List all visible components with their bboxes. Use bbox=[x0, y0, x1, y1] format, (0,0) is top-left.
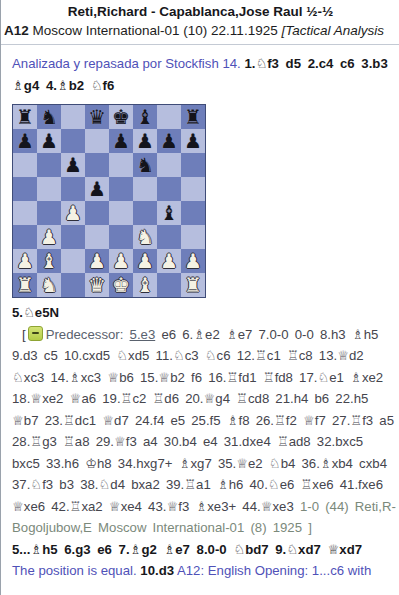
square-b3[interactable]: ♟ bbox=[37, 225, 61, 249]
notation-body: Analizada y repasada por Stockfish 14. 1… bbox=[1, 45, 399, 582]
square-g6[interactable] bbox=[157, 153, 181, 177]
chess-board[interactable]: ♜♞♛♚♝♜♟♟♟♟♟♟♟♞♟♟♝♟♞♟♝♟♟♟♟♟♜♞♛♚♝♜ bbox=[12, 104, 206, 298]
square-e1[interactable]: ♚ bbox=[109, 273, 133, 297]
square-h3[interactable] bbox=[181, 225, 205, 249]
square-e4[interactable] bbox=[109, 201, 133, 225]
intro-comment[interactable]: Analizada y repasada por Stockfish 14. bbox=[12, 56, 241, 71]
opening-name[interactable]: A12: English Opening: 1...c6 with bbox=[177, 563, 371, 578]
white-knight[interactable]: ♞ bbox=[136, 225, 154, 249]
mainline-continuation[interactable]: 5...♗h5 6.g3 e6 7.♗g2 ♗e7 8.0-0 ♘bd7 9.♘… bbox=[12, 539, 397, 561]
square-h4[interactable] bbox=[181, 201, 205, 225]
square-e5[interactable] bbox=[109, 177, 133, 201]
square-b1[interactable]: ♞ bbox=[37, 273, 61, 297]
minus-glyph bbox=[32, 332, 39, 334]
square-d7[interactable] bbox=[85, 129, 109, 153]
black-pawn[interactable]: ♟ bbox=[112, 129, 130, 153]
square-b5[interactable] bbox=[37, 177, 61, 201]
black-pawn[interactable]: ♟ bbox=[88, 177, 106, 201]
square-c7[interactable] bbox=[61, 129, 85, 153]
black-pawn[interactable]: ♟ bbox=[64, 153, 82, 177]
black-rook[interactable]: ♜ bbox=[184, 105, 202, 129]
white-rook[interactable]: ♜ bbox=[184, 273, 202, 297]
white-bishop[interactable]: ♝ bbox=[40, 249, 58, 273]
next-move[interactable]: 10.d3 bbox=[140, 563, 174, 578]
game-header: Reti,Richard - Capablanca,Jose Raul ½-½ … bbox=[1, 0, 399, 45]
white-king[interactable]: ♚ bbox=[112, 273, 130, 297]
black-pawn[interactable]: ♟ bbox=[40, 129, 58, 153]
square-c2[interactable] bbox=[61, 249, 85, 273]
square-c8[interactable] bbox=[61, 105, 85, 129]
square-b8[interactable]: ♞ bbox=[37, 105, 61, 129]
square-h2[interactable]: ♟ bbox=[181, 249, 205, 273]
square-c4[interactable]: ♟ bbox=[61, 201, 85, 225]
square-g8[interactable] bbox=[157, 105, 181, 129]
square-f5[interactable] bbox=[133, 177, 157, 201]
square-b7[interactable]: ♟ bbox=[37, 129, 61, 153]
white-knight[interactable]: ♞ bbox=[40, 273, 58, 297]
square-d4[interactable] bbox=[85, 201, 109, 225]
black-pawn[interactable]: ♟ bbox=[136, 129, 154, 153]
white-pawn[interactable]: ♟ bbox=[184, 249, 202, 273]
annotation-tag: [Tactical Analysis bbox=[281, 23, 384, 38]
predecessor-label: Predecessor: bbox=[46, 327, 124, 342]
black-rook[interactable]: ♜ bbox=[16, 105, 34, 129]
square-h7[interactable]: ♟ bbox=[181, 129, 205, 153]
square-d1[interactable]: ♛ bbox=[85, 273, 109, 297]
square-a1[interactable]: ♜ bbox=[13, 273, 37, 297]
square-e2[interactable]: ♟ bbox=[109, 249, 133, 273]
white-queen[interactable]: ♛ bbox=[88, 273, 106, 297]
square-d2[interactable]: ♟ bbox=[85, 249, 109, 273]
square-d8[interactable]: ♛ bbox=[85, 105, 109, 129]
square-f8[interactable]: ♝ bbox=[133, 105, 157, 129]
white-pawn[interactable]: ♟ bbox=[136, 249, 154, 273]
square-a4[interactable] bbox=[13, 201, 37, 225]
square-h5[interactable] bbox=[181, 177, 205, 201]
square-b6[interactable] bbox=[37, 153, 61, 177]
square-f6[interactable]: ♞ bbox=[133, 153, 157, 177]
variation-moves[interactable]: e6 6.♗e2 ♗e7 7.0-0 0-0 8.h3 ♗h5 9.d3 c5 … bbox=[12, 327, 394, 514]
square-f3[interactable]: ♞ bbox=[133, 225, 157, 249]
square-a3[interactable] bbox=[13, 225, 37, 249]
square-e6[interactable] bbox=[109, 153, 133, 177]
square-f4[interactable] bbox=[133, 201, 157, 225]
black-knight[interactable]: ♞ bbox=[136, 153, 154, 177]
square-c5[interactable] bbox=[61, 177, 85, 201]
black-bishop[interactable]: ♝ bbox=[160, 201, 178, 225]
white-bishop[interactable]: ♝ bbox=[136, 273, 154, 297]
square-a5[interactable] bbox=[13, 177, 37, 201]
square-g4[interactable]: ♝ bbox=[157, 201, 181, 225]
square-b2[interactable]: ♝ bbox=[37, 249, 61, 273]
collapse-variation-icon[interactable] bbox=[28, 326, 43, 341]
black-pawn[interactable]: ♟ bbox=[160, 129, 178, 153]
game-title: Reti,Richard - Capablanca,Jose Raul ½-½ bbox=[4, 3, 397, 21]
square-g3[interactable] bbox=[157, 225, 181, 249]
black-queen[interactable]: ♛ bbox=[88, 105, 106, 129]
white-rook[interactable]: ♜ bbox=[16, 273, 34, 297]
square-b4[interactable] bbox=[37, 201, 61, 225]
square-a8[interactable]: ♜ bbox=[13, 105, 37, 129]
black-king[interactable]: ♚ bbox=[112, 105, 130, 129]
square-a7[interactable]: ♟ bbox=[13, 129, 37, 153]
white-pawn[interactable]: ♟ bbox=[88, 249, 106, 273]
square-g2[interactable]: ♟ bbox=[157, 249, 181, 273]
black-pawn[interactable]: ♟ bbox=[184, 129, 202, 153]
white-pawn[interactable]: ♟ bbox=[160, 249, 178, 273]
predecessor-first-move[interactable]: 5.e3 bbox=[130, 327, 156, 342]
square-g7[interactable]: ♟ bbox=[157, 129, 181, 153]
square-h8[interactable]: ♜ bbox=[181, 105, 205, 129]
square-a2[interactable]: ♟ bbox=[13, 249, 37, 273]
square-h1[interactable]: ♜ bbox=[181, 273, 205, 297]
white-pawn[interactable]: ♟ bbox=[40, 225, 58, 249]
square-h6[interactable] bbox=[181, 153, 205, 177]
square-e3[interactable] bbox=[109, 225, 133, 249]
square-d3[interactable] bbox=[85, 225, 109, 249]
predecessor-variation: [Predecessor: 5.e3 e6 6.♗e2 ♗e7 7.0-0 0-… bbox=[12, 324, 397, 539]
novelty-move[interactable]: 5.♘e5N bbox=[12, 302, 397, 324]
open-bracket: [ bbox=[22, 327, 26, 342]
notation-panel: Reti,Richard - Capablanca,Jose Raul ½-½ … bbox=[0, 0, 399, 595]
square-f2[interactable]: ♟ bbox=[133, 249, 157, 273]
square-a6[interactable] bbox=[13, 153, 37, 177]
square-f7[interactable]: ♟ bbox=[133, 129, 157, 153]
square-g1[interactable] bbox=[157, 273, 181, 297]
square-c6[interactable]: ♟ bbox=[61, 153, 85, 177]
black-knight[interactable]: ♞ bbox=[40, 105, 58, 129]
equal-comment[interactable]: The position is equal. bbox=[12, 563, 137, 578]
eco-code: A12 bbox=[4, 23, 29, 38]
black-bishop[interactable]: ♝ bbox=[136, 105, 154, 129]
square-c3[interactable] bbox=[61, 225, 85, 249]
square-c1[interactable] bbox=[61, 273, 85, 297]
closing-paragraph: The position is equal. 10.d3 A12: Englis… bbox=[12, 560, 397, 582]
square-e8[interactable]: ♚ bbox=[109, 105, 133, 129]
event-info: Moscow International-01 (10) 22.11.1925 bbox=[29, 23, 282, 38]
white-pawn[interactable]: ♟ bbox=[16, 249, 34, 273]
game-subtitle: A12 Moscow International-01 (10) 22.11.1… bbox=[4, 21, 397, 40]
white-pawn[interactable]: ♟ bbox=[64, 201, 82, 225]
square-e7[interactable]: ♟ bbox=[109, 129, 133, 153]
square-f1[interactable]: ♝ bbox=[133, 273, 157, 297]
black-pawn[interactable]: ♟ bbox=[16, 129, 34, 153]
white-pawn[interactable]: ♟ bbox=[112, 249, 130, 273]
square-d6[interactable] bbox=[85, 153, 109, 177]
square-d5[interactable]: ♟ bbox=[85, 177, 109, 201]
square-g5[interactable] bbox=[157, 177, 181, 201]
intro-paragraph: Analizada y repasada por Stockfish 14. 1… bbox=[12, 53, 397, 96]
